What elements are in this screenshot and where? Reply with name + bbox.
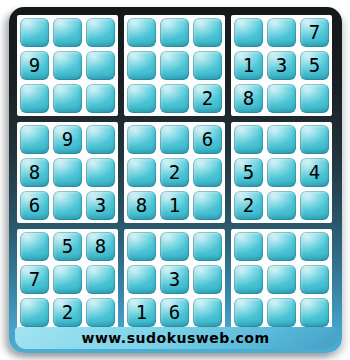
cell-r8c8[interactable] (267, 265, 296, 294)
cell-r6c9[interactable] (300, 191, 329, 220)
cell-r8c9[interactable] (300, 265, 329, 294)
cell-r2c3[interactable] (86, 51, 115, 80)
cell-r9c4[interactable]: 1 (127, 298, 156, 327)
cell-r1c4[interactable] (127, 18, 156, 47)
cell-r9c2[interactable]: 2 (53, 298, 82, 327)
cell-r6c7[interactable]: 2 (234, 191, 263, 220)
cell-r6c4[interactable]: 8 (127, 191, 156, 220)
box-2-1: 9863 (17, 122, 118, 223)
cell-r1c7[interactable] (234, 18, 263, 47)
sudoku-grid: 9271358986362815425872316 (9, 7, 332, 330)
cell-r9c1[interactable] (20, 298, 49, 327)
cell-r1c5[interactable] (160, 18, 189, 47)
cell-r3c2[interactable] (53, 84, 82, 113)
cell-r2c7[interactable]: 1 (234, 51, 263, 80)
cell-r9c9[interactable] (300, 298, 329, 327)
cell-r6c3[interactable]: 3 (86, 191, 115, 220)
cell-r7c3[interactable]: 8 (86, 232, 115, 261)
cell-r4c7[interactable] (234, 125, 263, 154)
cell-r3c4[interactable] (127, 84, 156, 113)
cell-r8c2[interactable] (53, 265, 82, 294)
cell-r4c8[interactable] (267, 125, 296, 154)
cell-r5c2[interactable] (53, 158, 82, 187)
cell-r9c8[interactable] (267, 298, 296, 327)
cell-r2c5[interactable] (160, 51, 189, 80)
cell-r2c9[interactable]: 5 (300, 51, 329, 80)
cell-r6c5[interactable]: 1 (160, 191, 189, 220)
cell-r4c9[interactable] (300, 125, 329, 154)
cell-r5c9[interactable]: 4 (300, 158, 329, 187)
cell-r7c9[interactable] (300, 232, 329, 261)
cell-r1c8[interactable] (267, 18, 296, 47)
sudoku-board-frame: 9271358986362815425872316 www.sudokusweb… (9, 7, 342, 353)
cell-r4c1[interactable] (20, 125, 49, 154)
cell-r5c7[interactable]: 5 (234, 158, 263, 187)
cell-r8c6[interactable] (193, 265, 222, 294)
cell-r2c1[interactable]: 9 (20, 51, 49, 80)
box-3-1: 5872 (17, 229, 118, 330)
cell-r3c5[interactable] (160, 84, 189, 113)
cell-r1c9[interactable]: 7 (300, 18, 329, 47)
cell-r1c2[interactable] (53, 18, 82, 47)
box-1-3: 71358 (231, 15, 332, 116)
cell-r8c1[interactable]: 7 (20, 265, 49, 294)
cell-r8c5[interactable]: 3 (160, 265, 189, 294)
cell-r4c5[interactable] (160, 125, 189, 154)
cell-r3c3[interactable] (86, 84, 115, 113)
box-2-3: 542 (231, 122, 332, 223)
cell-r5c3[interactable] (86, 158, 115, 187)
cell-r9c5[interactable]: 6 (160, 298, 189, 327)
cell-r9c6[interactable] (193, 298, 222, 327)
cell-r2c6[interactable] (193, 51, 222, 80)
cell-r4c2[interactable]: 9 (53, 125, 82, 154)
cell-r3c8[interactable] (267, 84, 296, 113)
box-3-3 (231, 229, 332, 330)
cell-r8c7[interactable] (234, 265, 263, 294)
cell-r7c5[interactable] (160, 232, 189, 261)
cell-r3c7[interactable]: 8 (234, 84, 263, 113)
cell-r4c6[interactable]: 6 (193, 125, 222, 154)
cell-r2c2[interactable] (53, 51, 82, 80)
cell-r5c8[interactable] (267, 158, 296, 187)
cell-r5c4[interactable] (127, 158, 156, 187)
cell-r7c7[interactable] (234, 232, 263, 261)
site-url[interactable]: www.sudokusweb.com (81, 330, 269, 346)
cell-r6c1[interactable]: 6 (20, 191, 49, 220)
cell-r7c1[interactable] (20, 232, 49, 261)
cell-r1c3[interactable] (86, 18, 115, 47)
cell-r6c2[interactable] (53, 191, 82, 220)
cell-r6c6[interactable] (193, 191, 222, 220)
cell-r5c1[interactable]: 8 (20, 158, 49, 187)
cell-r7c2[interactable]: 5 (53, 232, 82, 261)
cell-r4c3[interactable] (86, 125, 115, 154)
footer-bar: www.sudokusweb.com (15, 327, 336, 349)
cell-r4c4[interactable] (127, 125, 156, 154)
cell-r8c4[interactable] (127, 265, 156, 294)
cell-r7c4[interactable] (127, 232, 156, 261)
cell-r3c6[interactable]: 2 (193, 84, 222, 113)
cell-r1c6[interactable] (193, 18, 222, 47)
cell-r3c9[interactable] (300, 84, 329, 113)
cell-r8c3[interactable] (86, 265, 115, 294)
cell-r9c3[interactable] (86, 298, 115, 327)
cell-r9c7[interactable] (234, 298, 263, 327)
cell-r5c6[interactable] (193, 158, 222, 187)
box-1-1: 9 (17, 15, 118, 116)
box-3-2: 316 (124, 229, 225, 330)
cell-r2c8[interactable]: 3 (267, 51, 296, 80)
cell-r3c1[interactable] (20, 84, 49, 113)
cell-r1c1[interactable] (20, 18, 49, 47)
cell-r7c8[interactable] (267, 232, 296, 261)
box-1-2: 2 (124, 15, 225, 116)
cell-r6c8[interactable] (267, 191, 296, 220)
cell-r2c4[interactable] (127, 51, 156, 80)
cell-r5c5[interactable]: 2 (160, 158, 189, 187)
cell-r7c6[interactable] (193, 232, 222, 261)
box-2-2: 6281 (124, 122, 225, 223)
